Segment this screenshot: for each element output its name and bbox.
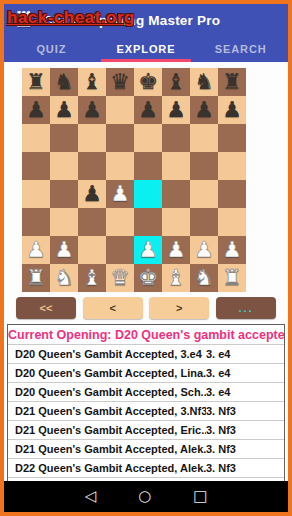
piece-black-knight-g8: ♞: [190, 68, 218, 96]
square-e1[interactable]: ♚: [134, 264, 162, 292]
opening-name: D21 Queen's Gambit Accepted, Eric...: [8, 424, 206, 436]
square-h5[interactable]: [218, 152, 246, 180]
tab-search-label: SEARCH: [215, 43, 267, 55]
square-e4[interactable]: [134, 180, 162, 208]
chess-board[interactable]: ♜♞♝♛♚♝♞♜♟♟♟♟♟♟♟♟♟♟♟♟♟♟♟♜♞♝♛♚♝♞♜: [22, 68, 246, 292]
square-g3[interactable]: [190, 208, 218, 236]
square-a7[interactable]: ♟: [22, 96, 50, 124]
home-button[interactable]: ○: [138, 481, 151, 512]
square-f4[interactable]: [162, 180, 190, 208]
square-b5[interactable]: [50, 152, 78, 180]
opening-move: 3. Nf3: [206, 424, 284, 436]
first-move-button[interactable]: <<: [16, 297, 76, 319]
opening-name: D21 Queen's Gambit Accepted, 3.Nf3: [8, 405, 206, 417]
square-h7[interactable]: ♟: [218, 96, 246, 124]
square-b2[interactable]: ♟: [50, 236, 78, 264]
piece-black-rook-h8: ♜: [218, 68, 246, 96]
square-c7[interactable]: ♟: [78, 96, 106, 124]
opening-move: 3. e4: [206, 386, 284, 398]
square-g4[interactable]: [190, 180, 218, 208]
piece-white-bishop-c1: ♝: [78, 264, 106, 292]
square-c1[interactable]: ♝: [78, 264, 106, 292]
square-c4[interactable]: ♟: [78, 180, 106, 208]
square-h2[interactable]: ♟: [218, 236, 246, 264]
square-f8[interactable]: ♝: [162, 68, 190, 96]
opening-name: D20 Queen's Gambit Accepted, Sch...: [8, 386, 206, 398]
back-button[interactable]: ◁: [85, 481, 97, 512]
piece-white-pawn-g2: ♟: [190, 236, 218, 264]
square-b6[interactable]: [50, 124, 78, 152]
opening-row-1[interactable]: D20 Queen's Gambit Accepted, Lina...3. e…: [8, 363, 284, 382]
square-h1[interactable]: ♜: [218, 264, 246, 292]
piece-white-pawn-b2: ♟: [50, 236, 78, 264]
more-options-button[interactable]: ...: [216, 297, 276, 319]
piece-white-pawn-a2: ♟: [22, 236, 50, 264]
tab-search[interactable]: SEARCH: [193, 36, 288, 62]
opening-row-0[interactable]: D20 Queen's Gambit Accepted, 3.e43. e4: [8, 344, 284, 363]
piece-white-rook-a1: ♜: [22, 264, 50, 292]
opening-move: 3. e4: [206, 367, 284, 379]
prev-move-button[interactable]: <: [83, 297, 143, 319]
square-a6[interactable]: [22, 124, 50, 152]
piece-black-pawn-a7: ♟: [22, 96, 50, 124]
piece-black-queen-d8: ♛: [106, 68, 134, 96]
tab-bar: QUIZ EXPLORE SEARCH: [4, 36, 288, 62]
piece-black-king-e8: ♚: [134, 68, 162, 96]
move-nav-buttons: << < > ...: [16, 297, 276, 319]
piece-white-pawn-h2: ♟: [218, 236, 246, 264]
square-b4[interactable]: [50, 180, 78, 208]
square-e3[interactable]: [134, 208, 162, 236]
square-d7[interactable]: [106, 96, 134, 124]
square-d6[interactable]: [106, 124, 134, 152]
square-f6[interactable]: [162, 124, 190, 152]
square-c2[interactable]: [78, 236, 106, 264]
opening-move: 3. Nf3: [206, 443, 284, 455]
piece-white-king-e1: ♚: [134, 264, 162, 292]
square-c5[interactable]: [78, 152, 106, 180]
recents-button[interactable]: □: [193, 481, 207, 512]
square-b1[interactable]: ♞: [50, 264, 78, 292]
square-f2[interactable]: ♟: [162, 236, 190, 264]
square-a3[interactable]: [22, 208, 50, 236]
piece-black-knight-b8: ♞: [50, 68, 78, 96]
square-g1[interactable]: ♞: [190, 264, 218, 292]
square-e6[interactable]: [134, 124, 162, 152]
square-b7[interactable]: ♟: [50, 96, 78, 124]
piece-black-pawn-e7: ♟: [134, 96, 162, 124]
square-h4[interactable]: [218, 180, 246, 208]
opening-row-4[interactable]: D21 Queen's Gambit Accepted, Eric...3. N…: [8, 420, 284, 439]
watermark: hack-cheat.org: [7, 8, 135, 28]
opening-list: D20 Queen's Gambit Accepted, 3.e43. e4D2…: [8, 344, 284, 483]
piece-black-bishop-c8: ♝: [78, 68, 106, 96]
piece-white-pawn-f2: ♟: [162, 236, 190, 264]
square-a1[interactable]: ♜: [22, 264, 50, 292]
piece-black-pawn-c4: ♟: [78, 180, 106, 208]
square-d4[interactable]: ♟: [106, 180, 134, 208]
piece-white-rook-h1: ♜: [218, 264, 246, 292]
piece-black-pawn-b7: ♟: [50, 96, 78, 124]
piece-white-knight-b1: ♞: [50, 264, 78, 292]
square-g2[interactable]: ♟: [190, 236, 218, 264]
square-a8[interactable]: ♜: [22, 68, 50, 96]
next-move-button[interactable]: >: [149, 297, 209, 319]
square-e7[interactable]: ♟: [134, 96, 162, 124]
opening-name: D20 Queen's Gambit Accepted, Lina...: [8, 367, 206, 379]
opening-name: D20 Queen's Gambit Accepted, 3.e4: [8, 348, 206, 360]
opening-move: 3. e4: [206, 348, 284, 360]
tab-explore-label: EXPLORE: [117, 43, 176, 55]
square-c6[interactable]: [78, 124, 106, 152]
opening-list-panel: Current Opening: D20 Queen's gambit acce…: [7, 324, 285, 483]
square-h3[interactable]: [218, 208, 246, 236]
piece-black-pawn-c7: ♟: [78, 96, 106, 124]
square-f3[interactable]: [162, 208, 190, 236]
square-c3[interactable]: [78, 208, 106, 236]
android-navbar: ◁ ○ □: [4, 481, 288, 512]
square-c8[interactable]: ♝: [78, 68, 106, 96]
square-g5[interactable]: [190, 152, 218, 180]
square-d3[interactable]: [106, 208, 134, 236]
square-d5[interactable]: [106, 152, 134, 180]
square-d8[interactable]: ♛: [106, 68, 134, 96]
square-f5[interactable]: [162, 152, 190, 180]
square-b3[interactable]: [50, 208, 78, 236]
square-h6[interactable]: [218, 124, 246, 152]
piece-black-rook-a8: ♜: [22, 68, 50, 96]
tab-explore[interactable]: EXPLORE: [99, 36, 194, 62]
piece-black-pawn-g7: ♟: [190, 96, 218, 124]
square-d2[interactable]: [106, 236, 134, 264]
tab-quiz-label: QUIZ: [36, 43, 66, 55]
square-g8[interactable]: ♞: [190, 68, 218, 96]
piece-black-pawn-h7: ♟: [218, 96, 246, 124]
opening-row-6[interactable]: D22 Queen's Gambit Accepted, Alek...3. N…: [8, 458, 284, 477]
piece-white-bishop-f1: ♝: [162, 264, 190, 292]
current-opening-header: Current Opening: D20 Queen's gambit acce…: [8, 325, 284, 344]
piece-white-knight-g1: ♞: [190, 264, 218, 292]
square-g6[interactable]: [190, 124, 218, 152]
piece-white-pawn-d4: ♟: [106, 180, 134, 208]
piece-black-pawn-f7: ♟: [162, 96, 190, 124]
square-f7[interactable]: ♟: [162, 96, 190, 124]
opening-row-2[interactable]: D20 Queen's Gambit Accepted, Sch...3. e4: [8, 382, 284, 401]
square-d1[interactable]: ♛: [106, 264, 134, 292]
piece-white-queen-d1: ♛: [106, 264, 134, 292]
opening-name: D22 Queen's Gambit Accepted, Alek...: [8, 462, 206, 474]
opening-name: D21 Queen's Gambit Accepted, Alek...: [8, 443, 206, 455]
opening-row-3[interactable]: D21 Queen's Gambit Accepted, 3.Nf33. Nf3: [8, 401, 284, 420]
square-a5[interactable]: [22, 152, 50, 180]
opening-row-5[interactable]: D21 Queen's Gambit Accepted, Alek...3. N…: [8, 439, 284, 458]
square-g7[interactable]: ♟: [190, 96, 218, 124]
square-e5[interactable]: [134, 152, 162, 180]
square-e2[interactable]: ♟: [134, 236, 162, 264]
square-b8[interactable]: ♞: [50, 68, 78, 96]
tab-quiz[interactable]: QUIZ: [4, 36, 99, 62]
square-e8[interactable]: ♚: [134, 68, 162, 96]
app-screen: ♜ Chess Opening Master Pro QUIZ EXPLORE …: [0, 0, 292, 516]
square-h8[interactable]: ♜: [218, 68, 246, 96]
square-f1[interactable]: ♝: [162, 264, 190, 292]
square-a4[interactable]: [22, 180, 50, 208]
square-a2[interactable]: ♟: [22, 236, 50, 264]
opening-move: 3. Nf3: [206, 405, 284, 417]
piece-white-pawn-e2: ♟: [134, 236, 162, 264]
opening-move: 3. Nf3: [206, 462, 284, 474]
piece-black-bishop-f8: ♝: [162, 68, 190, 96]
